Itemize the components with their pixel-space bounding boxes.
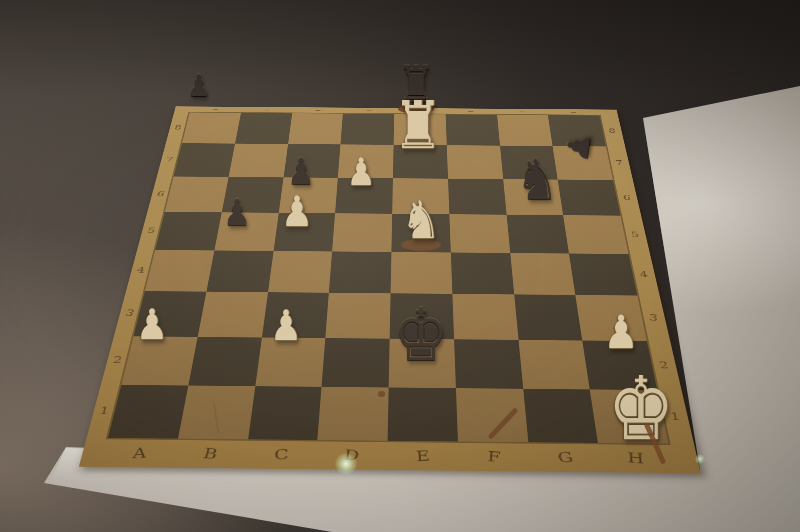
white-king-h1: ♚ — [607, 365, 674, 453]
black-pawn-b4: ♟ — [223, 195, 250, 231]
black-pawn-a7: ♟ — [188, 71, 211, 101]
white-pawn-d5: ♟ — [347, 153, 376, 191]
white-pawn-a2: ♟ — [136, 304, 168, 346]
white-pawn-c4: ♟ — [281, 191, 313, 233]
white-pawn-h2: ♟ — [603, 309, 638, 355]
flash-glare-1 — [335, 453, 357, 475]
ink-stain-1 — [488, 407, 519, 440]
ink-stain-3 — [213, 401, 220, 433]
pieces-layer: ♟♜♜♟♟♟♞♟♟♞♚♟♟♟♚ — [0, 0, 800, 532]
black-king-e2: ♚ — [394, 299, 449, 371]
white-pawn-c2: ♟ — [270, 305, 302, 347]
flash-glare-2 — [695, 454, 705, 464]
black-pawn-h6: ♟ — [562, 129, 595, 165]
white-rook-e6: ♜ — [393, 93, 443, 159]
ink-stain-4 — [378, 391, 385, 397]
black-pawn-c5: ♟ — [287, 154, 314, 190]
museum-photo-scene: 87654321 87654321 ABCDEFGH ♟♜♜♟♟♟♞♟♟♞♚♟♟… — [0, 0, 800, 532]
white-knight-e4: ♞ — [401, 194, 441, 246]
black-knight-g5: ♞ — [516, 152, 559, 208]
